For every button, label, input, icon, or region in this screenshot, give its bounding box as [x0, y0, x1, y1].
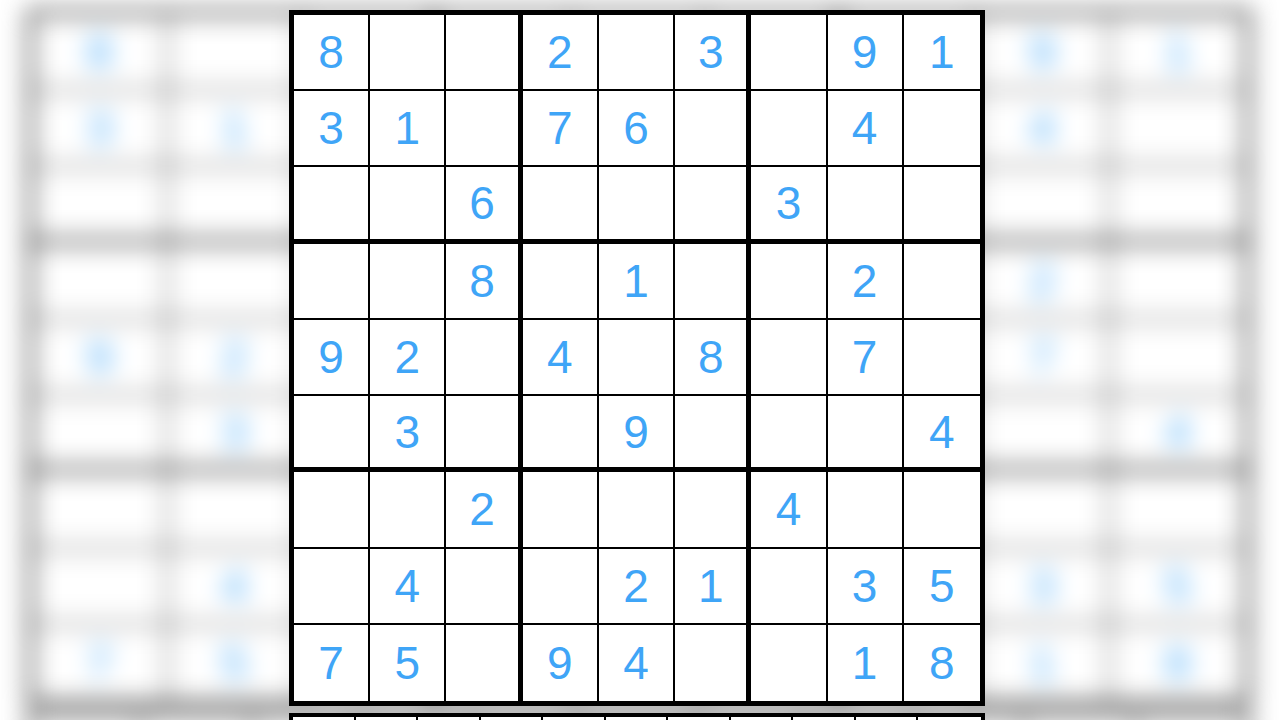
sudoku-cell-r2c1: 3	[33, 91, 168, 167]
sudoku-cell-r5c2[interactable]: 2	[370, 320, 446, 396]
sudoku-cell-r5c6[interactable]: 8	[675, 320, 751, 396]
sudoku-cell-r4c9[interactable]	[904, 244, 980, 320]
sudoku-cell-r7c3[interactable]: 2	[446, 472, 522, 548]
sudoku-cell-r8c1[interactable]	[294, 549, 370, 625]
sudoku-cell-r7c4[interactable]	[523, 472, 599, 548]
sudoku-cell-r7c9	[1110, 472, 1245, 548]
sudoku-cell-r4c9	[1110, 244, 1245, 320]
sudoku-cell-r2c4[interactable]: 7	[523, 91, 599, 167]
sudoku-cell-r5c1: 9	[33, 320, 168, 396]
sudoku-cell-r9c6[interactable]	[675, 625, 751, 701]
sudoku-cell-r3c7[interactable]: 3	[751, 167, 827, 243]
sudoku-cell-r4c1[interactable]	[294, 244, 370, 320]
sudoku-cell-r9c9: 8	[1110, 625, 1245, 701]
sudoku-cell-r3c4[interactable]	[523, 167, 599, 243]
sudoku-cell-r8c2: 4	[168, 549, 303, 625]
sudoku-cell-r3c8[interactable]	[828, 167, 904, 243]
sudoku-cell-r5c4[interactable]: 4	[523, 320, 599, 396]
sudoku-cell-r1c2	[168, 15, 303, 91]
sudoku-cell-r1c1[interactable]: 8	[294, 15, 370, 91]
sudoku-cell-r7c6[interactable]	[675, 472, 751, 548]
sudoku-cell-r3c2[interactable]	[370, 167, 446, 243]
sudoku-cell-r3c1[interactable]	[294, 167, 370, 243]
sudoku-cell-r4c8[interactable]: 2	[828, 244, 904, 320]
sudoku-cell-r3c2	[168, 167, 303, 243]
sudoku-cell-r2c7[interactable]	[751, 91, 827, 167]
sudoku-cell-r2c9[interactable]	[904, 91, 980, 167]
sudoku-cell-r1c4[interactable]: 2	[523, 15, 599, 91]
sudoku-app: 823913176463812924873942442135759418 823…	[0, 0, 1280, 720]
sudoku-cell-r2c2[interactable]: 1	[370, 91, 446, 167]
sudoku-cell-r9c2[interactable]: 5	[370, 625, 446, 701]
sudoku-cell-r6c8	[976, 396, 1111, 472]
sudoku-cell-r5c2: 2	[168, 320, 303, 396]
sudoku-cell-r2c9	[1110, 91, 1245, 167]
sudoku-cell-r6c5[interactable]: 9	[599, 396, 675, 472]
sudoku-cell-r6c7[interactable]	[751, 396, 827, 472]
sudoku-cell-r1c7[interactable]	[751, 15, 827, 91]
sudoku-cell-r9c1[interactable]: 7	[294, 625, 370, 701]
sudoku-cell-r4c6[interactable]	[675, 244, 751, 320]
sudoku-cell-r1c9: 1	[1110, 15, 1245, 91]
sudoku-cell-r9c5[interactable]: 4	[599, 625, 675, 701]
sudoku-cell-r9c1: 7	[33, 625, 168, 701]
sudoku-cell-r3c1	[33, 167, 168, 243]
sudoku-cell-r6c2[interactable]: 3	[370, 396, 446, 472]
sudoku-cell-r4c3[interactable]: 8	[446, 244, 522, 320]
sudoku-cell-r1c3[interactable]	[446, 15, 522, 91]
sudoku-cell-r5c8[interactable]: 7	[828, 320, 904, 396]
sudoku-cell-r7c1	[33, 472, 168, 548]
sudoku-cell-r1c2[interactable]	[370, 15, 446, 91]
sudoku-cell-r4c7[interactable]	[751, 244, 827, 320]
sudoku-cell-r3c5[interactable]	[599, 167, 675, 243]
sudoku-cell-r5c8: 7	[976, 320, 1111, 396]
sudoku-cell-r7c2[interactable]	[370, 472, 446, 548]
sudoku-cell-r9c8[interactable]: 1	[828, 625, 904, 701]
sudoku-cell-r1c6[interactable]: 3	[675, 15, 751, 91]
sudoku-cell-r8c4[interactable]	[523, 549, 599, 625]
sudoku-cell-r6c9[interactable]: 4	[904, 396, 980, 472]
sudoku-cell-r1c9[interactable]: 1	[904, 15, 980, 91]
sudoku-cell-r2c5[interactable]: 6	[599, 91, 675, 167]
sudoku-cell-r4c2	[168, 244, 303, 320]
sudoku-cell-r9c2: 5	[168, 625, 303, 701]
sudoku-cell-r6c2: 3	[168, 396, 303, 472]
sudoku-cell-r3c9[interactable]	[904, 167, 980, 243]
sudoku-cell-r6c6[interactable]	[675, 396, 751, 472]
sudoku-cell-r3c3[interactable]: 6	[446, 167, 522, 243]
sudoku-cell-r6c4[interactable]	[523, 396, 599, 472]
sudoku-cell-r1c8: 9	[976, 15, 1111, 91]
sudoku-cell-r7c2	[168, 472, 303, 548]
sudoku-cell-r9c9[interactable]: 8	[904, 625, 980, 701]
sudoku-cell-r7c8[interactable]	[828, 472, 904, 548]
sudoku-cell-r2c6[interactable]	[675, 91, 751, 167]
sudoku-cell-r7c8	[976, 472, 1111, 548]
sudoku-cell-r7c7[interactable]: 4	[751, 472, 827, 548]
number-strip[interactable]	[289, 713, 985, 720]
sudoku-cell-r8c2[interactable]: 4	[370, 549, 446, 625]
sudoku-cell-r8c8[interactable]: 3	[828, 549, 904, 625]
sudoku-cell-r5c5[interactable]	[599, 320, 675, 396]
sudoku-cell-r8c6[interactable]: 1	[675, 549, 751, 625]
sudoku-cell-r5c1[interactable]: 9	[294, 320, 370, 396]
sudoku-cell-r2c2: 1	[168, 91, 303, 167]
sudoku-cell-r6c1	[33, 396, 168, 472]
sudoku-cell-r8c3[interactable]	[446, 549, 522, 625]
sudoku-cell-r8c9[interactable]: 5	[904, 549, 980, 625]
sudoku-cell-r8c7[interactable]	[751, 549, 827, 625]
sudoku-cell-r8c8: 3	[976, 549, 1111, 625]
sudoku-cell-r4c1	[33, 244, 168, 320]
sudoku-cell-r6c8[interactable]	[828, 396, 904, 472]
sudoku-cell-r8c9: 5	[1110, 549, 1245, 625]
sudoku-cell-r2c3[interactable]	[446, 91, 522, 167]
sudoku-cell-r5c9[interactable]	[904, 320, 980, 396]
sudoku-cell-r4c4[interactable]	[523, 244, 599, 320]
sudoku-cell-r5c9	[1110, 320, 1245, 396]
sudoku-cell-r9c7[interactable]	[751, 625, 827, 701]
sudoku-cell-r7c5[interactable]	[599, 472, 675, 548]
sudoku-cell-r9c8: 1	[976, 625, 1111, 701]
sudoku-cell-r3c8	[976, 167, 1111, 243]
sudoku-cell-r6c1[interactable]	[294, 396, 370, 472]
sudoku-cell-r1c1: 8	[33, 15, 168, 91]
sudoku-cell-r2c8[interactable]: 4	[828, 91, 904, 167]
sudoku-cell-r4c5[interactable]: 1	[599, 244, 675, 320]
sudoku-cell-r7c1[interactable]	[294, 472, 370, 548]
sudoku-cell-r6c9: 4	[1110, 396, 1245, 472]
sudoku-cell-r2c1[interactable]: 3	[294, 91, 370, 167]
sudoku-cell-r3c6[interactable]	[675, 167, 751, 243]
sudoku-cell-r4c8: 2	[976, 244, 1111, 320]
sudoku-cell-r3c9	[1110, 167, 1245, 243]
sudoku-cell-r7c9[interactable]	[904, 472, 980, 548]
sudoku-cell-r9c4[interactable]: 9	[523, 625, 599, 701]
sudoku-cell-r2c8: 4	[976, 91, 1111, 167]
sudoku-cell-r4c2[interactable]	[370, 244, 446, 320]
sudoku-cell-r9c3[interactable]	[446, 625, 522, 701]
sudoku-board: 823913176463812924873942442135759418	[289, 10, 985, 706]
sudoku-cell-r6c3[interactable]	[446, 396, 522, 472]
sudoku-cell-r5c7[interactable]	[751, 320, 827, 396]
sudoku-cell-r5c3[interactable]	[446, 320, 522, 396]
sudoku-cell-r8c5[interactable]: 2	[599, 549, 675, 625]
sudoku-cell-r8c1	[33, 549, 168, 625]
sudoku-cell-r1c8[interactable]: 9	[828, 15, 904, 91]
sudoku-cell-r1c5[interactable]	[599, 15, 675, 91]
